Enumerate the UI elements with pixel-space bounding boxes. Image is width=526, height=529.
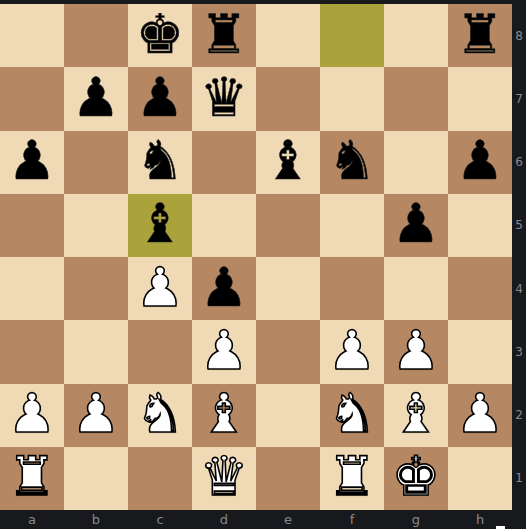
square-f6[interactable]: ♞	[320, 131, 384, 194]
white-pawn-piece[interactable]: ♟	[136, 261, 184, 315]
square-a6[interactable]: ♟	[0, 131, 64, 194]
rank-label-3: 3	[512, 320, 526, 383]
square-h7[interactable]	[448, 67, 512, 130]
black-pawn-piece[interactable]: ♟	[456, 134, 504, 188]
square-e2[interactable]	[256, 384, 320, 447]
black-bishop-piece[interactable]: ♝	[264, 134, 312, 188]
square-a2[interactable]: ♟	[0, 384, 64, 447]
white-knight-piece[interactable]: ♞	[328, 387, 376, 441]
square-f4[interactable]	[320, 257, 384, 320]
black-pawn-piece[interactable]: ♟	[72, 71, 120, 125]
black-rook-piece[interactable]: ♜	[456, 8, 504, 62]
black-king-piece[interactable]: ♚	[136, 8, 184, 62]
square-f5[interactable]	[320, 194, 384, 257]
white-knight-piece[interactable]: ♞	[136, 387, 184, 441]
square-b1[interactable]	[64, 447, 128, 510]
square-g3[interactable]: ♟	[384, 320, 448, 383]
white-pawn-piece[interactable]: ♟	[8, 387, 56, 441]
square-b8[interactable]	[64, 4, 128, 67]
square-a7[interactable]	[0, 67, 64, 130]
chess-board: ♚♜♜♟♟♛♟♞♝♞♟♝♟♟♟♟♟♟♟♟♞♝♞♝♟♜♛♜♚	[0, 4, 512, 510]
white-bishop-piece[interactable]: ♝	[200, 387, 248, 441]
file-label-c: c	[128, 510, 192, 529]
square-d3[interactable]: ♟	[192, 320, 256, 383]
file-label-d: d	[192, 510, 256, 529]
square-a3[interactable]	[0, 320, 64, 383]
square-e3[interactable]	[256, 320, 320, 383]
square-h8[interactable]: ♜	[448, 4, 512, 67]
square-g7[interactable]	[384, 67, 448, 130]
square-c8[interactable]: ♚	[128, 4, 192, 67]
rank-label-2: 2	[512, 384, 526, 447]
black-rook-piece[interactable]: ♜	[200, 8, 248, 62]
square-a8[interactable]	[0, 4, 64, 67]
square-g4[interactable]	[384, 257, 448, 320]
square-e5[interactable]	[256, 194, 320, 257]
square-e6[interactable]: ♝	[256, 131, 320, 194]
white-pawn-piece[interactable]: ♟	[328, 324, 376, 378]
black-queen-piece[interactable]: ♛	[200, 71, 248, 125]
square-f3[interactable]: ♟	[320, 320, 384, 383]
square-g8[interactable]	[384, 4, 448, 67]
square-b4[interactable]	[64, 257, 128, 320]
white-king-piece[interactable]: ♚	[392, 450, 440, 504]
black-pawn-piece[interactable]: ♟	[200, 261, 248, 315]
square-f8[interactable]	[320, 4, 384, 67]
square-d4[interactable]: ♟	[192, 257, 256, 320]
white-pawn-piece[interactable]: ♟	[456, 387, 504, 441]
square-d2[interactable]: ♝	[192, 384, 256, 447]
file-label-a: a	[0, 510, 64, 529]
black-pawn-piece[interactable]: ♟	[136, 71, 184, 125]
square-e8[interactable]	[256, 4, 320, 67]
square-g2[interactable]: ♝	[384, 384, 448, 447]
square-e4[interactable]	[256, 257, 320, 320]
square-h5[interactable]	[448, 194, 512, 257]
file-label-b: b	[64, 510, 128, 529]
square-c1[interactable]	[128, 447, 192, 510]
square-d7[interactable]: ♛	[192, 67, 256, 130]
square-f2[interactable]: ♞	[320, 384, 384, 447]
white-pawn-piece[interactable]: ♟	[392, 324, 440, 378]
chess-app: ♚♜♜♟♟♛♟♞♝♞♟♝♟♟♟♟♟♟♟♟♞♝♞♝♟♜♛♜♚ 87654321 a…	[0, 0, 526, 529]
square-c3[interactable]	[128, 320, 192, 383]
rank-label-1: 1	[512, 447, 526, 510]
square-b6[interactable]	[64, 131, 128, 194]
square-e7[interactable]	[256, 67, 320, 130]
rank-label-8: 8	[512, 4, 526, 67]
square-f7[interactable]	[320, 67, 384, 130]
square-h2[interactable]: ♟	[448, 384, 512, 447]
rank-label-4: 4	[512, 257, 526, 320]
square-b2[interactable]: ♟	[64, 384, 128, 447]
square-d8[interactable]: ♜	[192, 4, 256, 67]
square-h6[interactable]: ♟	[448, 131, 512, 194]
square-g5[interactable]: ♟	[384, 194, 448, 257]
square-c7[interactable]: ♟	[128, 67, 192, 130]
square-g1[interactable]: ♚	[384, 447, 448, 510]
white-pawn-piece[interactable]: ♟	[72, 387, 120, 441]
square-h1[interactable]	[448, 447, 512, 510]
square-b5[interactable]	[64, 194, 128, 257]
square-c6[interactable]: ♞	[128, 131, 192, 194]
square-h3[interactable]	[448, 320, 512, 383]
square-g6[interactable]	[384, 131, 448, 194]
square-a4[interactable]	[0, 257, 64, 320]
square-b7[interactable]: ♟	[64, 67, 128, 130]
square-e1[interactable]	[256, 447, 320, 510]
file-label-e: e	[256, 510, 320, 529]
square-c2[interactable]: ♞	[128, 384, 192, 447]
square-d5[interactable]	[192, 194, 256, 257]
black-knight-piece[interactable]: ♞	[328, 134, 376, 188]
file-label-f: f	[320, 510, 384, 529]
square-a5[interactable]	[0, 194, 64, 257]
square-h4[interactable]	[448, 257, 512, 320]
rank-label-7: 7	[512, 67, 526, 130]
black-pawn-piece[interactable]: ♟	[392, 197, 440, 251]
white-rook-piece[interactable]: ♜	[328, 450, 376, 504]
square-c5[interactable]: ♝	[128, 194, 192, 257]
black-pawn-piece[interactable]: ♟	[8, 134, 56, 188]
square-d6[interactable]	[192, 131, 256, 194]
square-c4[interactable]: ♟	[128, 257, 192, 320]
rank-label-5: 5	[512, 194, 526, 257]
rank-label-6: 6	[512, 131, 526, 194]
square-f1[interactable]: ♜	[320, 447, 384, 510]
white-queen-piece[interactable]: ♛	[200, 450, 248, 504]
white-bishop-piece[interactable]: ♝	[392, 387, 440, 441]
square-a1[interactable]: ♜	[0, 447, 64, 510]
white-pawn-piece[interactable]: ♟	[200, 324, 248, 378]
black-knight-piece[interactable]: ♞	[136, 134, 184, 188]
black-bishop-piece[interactable]: ♝	[136, 197, 184, 251]
square-d1[interactable]: ♛	[192, 447, 256, 510]
file-label-g: g	[384, 510, 448, 529]
white-rook-piece[interactable]: ♜	[8, 450, 56, 504]
square-b3[interactable]	[64, 320, 128, 383]
